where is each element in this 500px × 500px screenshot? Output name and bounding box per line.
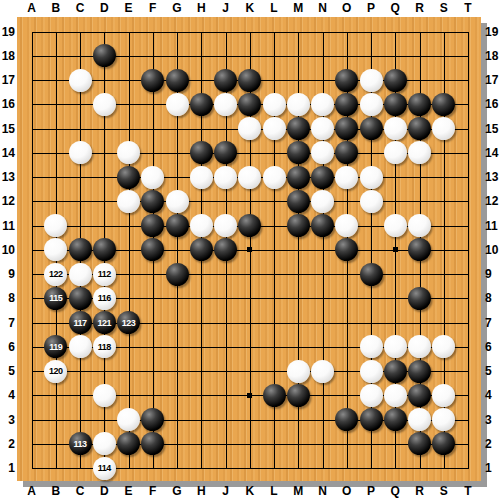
column-label-bottom-D: D	[100, 484, 109, 498]
stone-white-K15[interactable]	[238, 117, 261, 140]
stone-white-B5[interactable]: 120	[44, 360, 67, 383]
stone-white-H13[interactable]	[190, 166, 213, 189]
column-label-bottom-L: L	[270, 484, 277, 498]
column-label-bottom-G: G	[172, 484, 181, 498]
star-point-K4	[247, 393, 252, 398]
row-label-left-1: 1	[0, 461, 15, 475]
row-label-right-10: 10	[485, 243, 498, 257]
row-label-right-12: 12	[485, 194, 498, 208]
stone-white-N14[interactable]	[311, 141, 334, 164]
stone-white-K13[interactable]	[238, 166, 261, 189]
stone-white-L15[interactable]	[263, 117, 286, 140]
row-label-right-6: 6	[485, 340, 492, 354]
row-label-left-14: 14	[0, 146, 15, 160]
column-label-top-J: J	[222, 1, 229, 15]
move-number-120: 120	[49, 366, 63, 376]
stone-black-Q17[interactable]	[384, 69, 407, 92]
stone-white-O13[interactable]	[335, 166, 358, 189]
column-label-top-K: K	[245, 1, 254, 15]
row-label-left-3: 3	[0, 413, 15, 427]
column-label-top-D: D	[100, 1, 109, 15]
row-label-left-12: 12	[0, 194, 15, 208]
stone-black-E2[interactable]	[117, 432, 140, 455]
column-label-top-F: F	[149, 1, 156, 15]
stone-black-R15[interactable]	[408, 117, 431, 140]
stone-white-N15[interactable]	[311, 117, 334, 140]
stone-white-B9[interactable]: 122	[44, 263, 67, 286]
column-label-top-M: M	[293, 1, 303, 15]
stone-white-C17[interactable]	[69, 69, 92, 92]
row-label-left-16: 16	[0, 97, 15, 111]
row-label-left-18: 18	[0, 49, 15, 63]
column-label-bottom-N: N	[318, 484, 327, 498]
row-label-left-5: 5	[0, 364, 15, 378]
row-label-right-4: 4	[485, 388, 492, 402]
stone-white-G12[interactable]	[166, 190, 189, 213]
column-label-top-T: T	[464, 1, 471, 15]
stone-black-H10[interactable]	[190, 238, 213, 261]
column-label-bottom-M: M	[293, 484, 303, 498]
column-label-top-E: E	[124, 1, 132, 15]
stone-white-H11[interactable]	[190, 214, 213, 237]
stone-black-R5[interactable]	[408, 360, 431, 383]
row-label-right-3: 3	[485, 413, 492, 427]
column-label-top-L: L	[270, 1, 277, 15]
stone-white-P17[interactable]	[360, 69, 383, 92]
row-label-left-11: 11	[0, 219, 15, 233]
stone-white-N12[interactable]	[311, 190, 334, 213]
column-label-bottom-E: E	[124, 484, 132, 498]
stone-black-R8[interactable]	[408, 287, 431, 310]
stone-white-S3[interactable]	[432, 408, 455, 431]
column-label-top-B: B	[51, 1, 60, 15]
stone-white-R6[interactable]	[408, 335, 431, 358]
stone-black-P9[interactable]	[360, 263, 383, 286]
stone-black-F3[interactable]	[141, 408, 164, 431]
stone-white-R14[interactable]	[408, 141, 431, 164]
column-label-top-S: S	[440, 1, 448, 15]
column-label-top-R: R	[415, 1, 424, 15]
stone-white-P16[interactable]	[360, 93, 383, 116]
stone-black-R2[interactable]	[408, 432, 431, 455]
stone-white-M16[interactable]	[287, 93, 310, 116]
stone-white-R3[interactable]	[408, 408, 431, 431]
stone-black-G11[interactable]	[166, 214, 189, 237]
row-label-right-18: 18	[485, 49, 498, 63]
stone-black-K17[interactable]	[238, 69, 261, 92]
go-diagram: 122112115116117121123119118120113114 AAB…	[0, 0, 500, 500]
stone-white-D2[interactable]	[93, 432, 116, 455]
stone-white-J16[interactable]	[214, 93, 237, 116]
stone-black-Q16[interactable]	[384, 93, 407, 116]
stone-black-B8[interactable]: 115	[44, 287, 67, 310]
go-board[interactable]: 122112115116117121123119118120113114	[17, 17, 481, 481]
stone-black-K11[interactable]	[238, 214, 261, 237]
stone-black-H14[interactable]	[190, 141, 213, 164]
row-label-left-9: 9	[0, 267, 15, 281]
column-label-top-P: P	[367, 1, 375, 15]
move-number-118: 118	[98, 342, 111, 352]
stone-white-C9[interactable]	[69, 263, 92, 286]
column-label-top-Q: Q	[391, 1, 400, 15]
row-label-left-4: 4	[0, 388, 15, 402]
stone-white-Q15[interactable]	[384, 117, 407, 140]
stone-black-S2[interactable]	[432, 432, 455, 455]
column-label-bottom-O: O	[342, 484, 351, 498]
move-number-121: 121	[97, 318, 111, 328]
stone-black-E7[interactable]: 123	[117, 311, 140, 334]
row-label-right-8: 8	[485, 291, 492, 305]
stone-white-Q11[interactable]	[384, 214, 407, 237]
stone-white-M5[interactable]	[287, 360, 310, 383]
stone-white-P5[interactable]	[360, 360, 383, 383]
stone-black-K16[interactable]	[238, 93, 261, 116]
stone-white-P13[interactable]	[360, 166, 383, 189]
stone-black-O16[interactable]	[335, 93, 358, 116]
stone-black-J10[interactable]	[214, 238, 237, 261]
stone-white-J13[interactable]	[214, 166, 237, 189]
stone-white-D4[interactable]	[93, 384, 116, 407]
stone-black-F11[interactable]	[141, 214, 164, 237]
stone-white-Q6[interactable]	[384, 335, 407, 358]
stone-black-S16[interactable]	[432, 93, 455, 116]
row-label-right-19: 19	[485, 25, 498, 39]
row-label-right-7: 7	[485, 316, 492, 330]
stone-black-O14[interactable]	[335, 141, 358, 164]
stone-black-Q5[interactable]	[384, 360, 407, 383]
stone-black-M4[interactable]	[287, 384, 310, 407]
stone-black-R10[interactable]	[408, 238, 431, 261]
stone-white-O11[interactable]	[335, 214, 358, 237]
row-label-left-17: 17	[0, 73, 15, 87]
column-label-bottom-A: A	[27, 484, 36, 498]
stone-black-N11[interactable]	[311, 214, 334, 237]
stone-white-R11[interactable]	[408, 214, 431, 237]
stone-black-Q3[interactable]	[384, 408, 407, 431]
stone-white-Q4[interactable]	[384, 384, 407, 407]
stone-black-F10[interactable]	[141, 238, 164, 261]
stone-black-J14[interactable]	[214, 141, 237, 164]
move-number-119: 119	[49, 342, 62, 352]
stone-black-H16[interactable]	[190, 93, 213, 116]
stone-black-M11[interactable]	[287, 214, 310, 237]
stone-white-C14[interactable]	[69, 141, 92, 164]
move-number-116: 116	[98, 293, 111, 303]
stone-white-S15[interactable]	[432, 117, 455, 140]
stone-white-S4[interactable]	[432, 384, 455, 407]
row-label-left-6: 6	[0, 340, 15, 354]
stone-black-E13[interactable]	[117, 166, 140, 189]
stone-black-O3[interactable]	[335, 408, 358, 431]
row-label-left-15: 15	[0, 122, 15, 136]
stone-white-L16[interactable]	[263, 93, 286, 116]
stone-black-M15[interactable]	[287, 117, 310, 140]
column-label-top-H: H	[197, 1, 206, 15]
stone-white-S6[interactable]	[432, 335, 455, 358]
stone-black-D7[interactable]: 121	[93, 311, 116, 334]
stone-white-P12[interactable]	[360, 190, 383, 213]
column-label-bottom-S: S	[440, 484, 448, 498]
stone-black-C7[interactable]: 117	[69, 311, 92, 334]
stone-white-B11[interactable]	[44, 214, 67, 237]
stone-black-O17[interactable]	[335, 69, 358, 92]
column-label-bottom-Q: Q	[391, 484, 400, 498]
move-number-115: 115	[49, 293, 62, 303]
column-label-top-A: A	[27, 1, 36, 15]
stone-white-C6[interactable]	[69, 335, 92, 358]
stone-white-P6[interactable]	[360, 335, 383, 358]
stone-white-L13[interactable]	[263, 166, 286, 189]
column-label-bottom-P: P	[367, 484, 375, 498]
stone-black-P3[interactable]	[360, 408, 383, 431]
column-label-bottom-T: T	[464, 484, 471, 498]
stone-white-D1[interactable]: 114	[93, 457, 116, 480]
column-label-top-C: C	[76, 1, 85, 15]
stone-white-D16[interactable]	[93, 93, 116, 116]
column-label-bottom-F: F	[149, 484, 156, 498]
stone-black-G9[interactable]	[166, 263, 189, 286]
row-label-right-2: 2	[485, 437, 492, 451]
stone-black-D18[interactable]	[93, 44, 116, 67]
stone-black-O15[interactable]	[335, 117, 358, 140]
row-label-right-1: 1	[485, 461, 492, 475]
row-label-right-14: 14	[485, 146, 498, 160]
stone-black-F2[interactable]	[141, 432, 164, 455]
column-label-bottom-H: H	[197, 484, 206, 498]
stone-black-C8[interactable]	[69, 287, 92, 310]
stone-white-P4[interactable]	[360, 384, 383, 407]
stone-black-M12[interactable]	[287, 190, 310, 213]
move-number-123: 123	[122, 318, 136, 328]
stone-white-E12[interactable]	[117, 190, 140, 213]
stone-black-D10[interactable]	[93, 238, 116, 261]
stone-white-B10[interactable]	[44, 238, 67, 261]
star-point-Q10	[393, 247, 398, 252]
row-label-left-13: 13	[0, 170, 15, 184]
stone-black-F17[interactable]	[141, 69, 164, 92]
stone-black-R16[interactable]	[408, 93, 431, 116]
stone-black-O10[interactable]	[335, 238, 358, 261]
stone-white-J11[interactable]	[214, 214, 237, 237]
row-label-right-16: 16	[485, 97, 498, 111]
row-label-right-5: 5	[485, 364, 492, 378]
row-label-right-15: 15	[485, 122, 498, 136]
move-number-122: 122	[49, 269, 63, 279]
row-label-right-17: 17	[485, 73, 498, 87]
stone-white-Q14[interactable]	[384, 141, 407, 164]
row-label-left-10: 10	[0, 243, 15, 257]
row-label-left-2: 2	[0, 437, 15, 451]
stone-white-D6[interactable]: 118	[93, 335, 116, 358]
column-label-bottom-B: B	[51, 484, 60, 498]
stone-white-N16[interactable]	[311, 93, 334, 116]
row-label-left-8: 8	[0, 291, 15, 305]
column-label-bottom-J: J	[222, 484, 229, 498]
stone-black-R4[interactable]	[408, 384, 431, 407]
stone-black-G17[interactable]	[166, 69, 189, 92]
column-label-bottom-R: R	[415, 484, 424, 498]
stone-black-C10[interactable]	[69, 238, 92, 261]
stone-black-C2[interactable]: 113	[69, 432, 92, 455]
column-label-bottom-K: K	[245, 484, 254, 498]
stone-black-M14[interactable]	[287, 141, 310, 164]
column-label-top-O: O	[342, 1, 351, 15]
stone-black-B6[interactable]: 119	[44, 335, 67, 358]
row-label-right-13: 13	[485, 170, 498, 184]
stone-black-F12[interactable]	[141, 190, 164, 213]
stone-black-M13[interactable]	[287, 166, 310, 189]
stone-white-N5[interactable]	[311, 360, 334, 383]
stone-white-E14[interactable]	[117, 141, 140, 164]
stone-white-E3[interactable]	[117, 408, 140, 431]
move-number-114: 114	[98, 463, 111, 473]
stone-black-P15[interactable]	[360, 117, 383, 140]
stone-white-F13[interactable]	[141, 166, 164, 189]
stone-black-L4[interactable]	[263, 384, 286, 407]
column-label-top-N: N	[318, 1, 327, 15]
row-label-right-9: 9	[485, 267, 492, 281]
row-label-left-7: 7	[0, 316, 15, 330]
star-point-K10	[247, 247, 252, 252]
row-label-left-19: 19	[0, 25, 15, 39]
move-number-117: 117	[73, 318, 86, 328]
stone-white-D8[interactable]: 116	[93, 287, 116, 310]
row-label-right-11: 11	[485, 219, 498, 233]
stone-black-J17[interactable]	[214, 69, 237, 92]
move-number-112: 112	[98, 269, 111, 279]
stone-white-D9[interactable]: 112	[93, 263, 116, 286]
grid-line-vertical	[468, 32, 469, 470]
column-label-top-G: G	[172, 1, 181, 15]
move-number-113: 113	[73, 439, 86, 449]
column-label-bottom-C: C	[76, 484, 85, 498]
stone-black-N13[interactable]	[311, 166, 334, 189]
stone-white-G16[interactable]	[166, 93, 189, 116]
